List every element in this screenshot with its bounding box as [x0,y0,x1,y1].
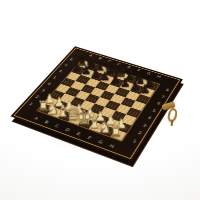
chess-set-photo: ABCDEFGH ABCDEFGH 87654321 87654321 ♜♞♝♛… [0,0,200,200]
clasp-hook-icon [170,120,173,126]
black-pawn-e7: ♟ [110,75,121,86]
brass-clasp [157,100,189,132]
black-pawn-d7: ♟ [100,72,110,82]
white-rook-h1: ♜ [110,126,123,139]
black-pawn-h7: ♟ [140,85,151,96]
black-pawn-f7: ♟ [120,78,131,89]
